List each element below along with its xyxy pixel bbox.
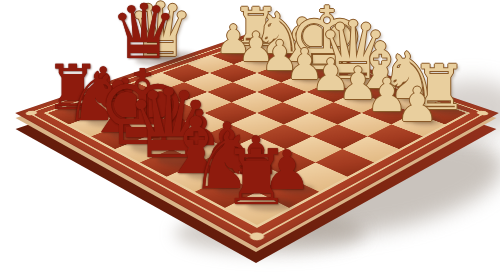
frame-corner-dot (475, 110, 491, 117)
frame-corner-dot (24, 110, 40, 117)
frame-corner-dot (251, 33, 264, 37)
frame-corner-dot (247, 231, 267, 242)
chess-set-product-photo: ♜♟♞♛♛♟♝♟♚♟♛♟♝♟♟♞♜♟♟♜♞♟♟♝♟♚♟♛♟♝♟♞♟♜ (0, 0, 500, 279)
